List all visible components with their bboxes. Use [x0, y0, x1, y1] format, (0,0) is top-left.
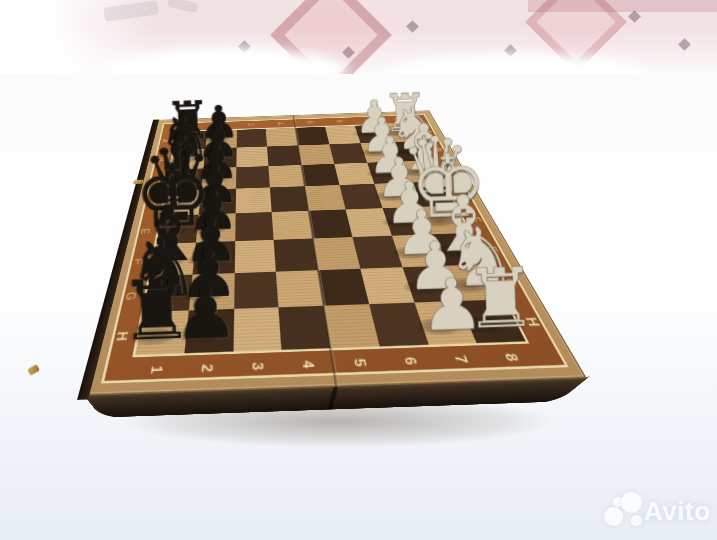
square-c3 [236, 166, 271, 189]
coordinate-label-7: 7 [361, 117, 376, 124]
avito-watermark: Avito [604, 494, 716, 536]
coordinate-label-6: 6 [332, 118, 347, 125]
square-d4 [270, 186, 308, 212]
avito-logo-dot [631, 515, 642, 526]
brass-hinge [27, 364, 40, 376]
chess-board: 1122334455667788ABCDEFGHABCDEFGH ♜♞♝♛♚♝♞… [87, 110, 587, 395]
avito-logo-dot [621, 492, 642, 513]
perspective-view: 1122334455667788ABCDEFGHABCDEFGH ♜♞♝♛♚♝♞… [0, 0, 717, 540]
square-c4 [269, 165, 305, 188]
piece-black-pawn-at-h2: ♟ [182, 311, 233, 356]
coordinate-label-A: A [158, 137, 173, 145]
square-a3 [236, 129, 267, 148]
camera-tilt: 1122334455667788ABCDEFGHABCDEFGH ♜♞♝♛♚♝♞… [0, 0, 717, 540]
avito-watermark-text: Avito [644, 496, 711, 527]
white-rook-glyph: ♜ [463, 256, 539, 341]
square-a5 [295, 127, 329, 146]
square-c5 [301, 164, 339, 187]
piece-white-rook-at-h8: ♜ [462, 301, 530, 345]
square-d3 [235, 188, 272, 214]
product-photo: 1122334455667788ABCDEFGHABCDEFGH ♜♞♝♛♚♝♞… [0, 0, 717, 540]
square-b4 [267, 145, 301, 166]
coordinate-label-3: 3 [245, 121, 258, 128]
square-b5 [298, 144, 334, 164]
coordinate-label-2: 2 [215, 122, 228, 130]
black-pawn-glyph: ♟ [173, 277, 240, 351]
square-a4 [266, 128, 298, 147]
coordinate-label-5: 5 [303, 119, 317, 126]
square-d5 [305, 185, 346, 211]
coordinate-label-4: 4 [274, 120, 287, 127]
square-b3 [236, 146, 269, 167]
avito-logo-dot [604, 507, 623, 526]
coordinate-label-1: 1 [186, 123, 200, 131]
